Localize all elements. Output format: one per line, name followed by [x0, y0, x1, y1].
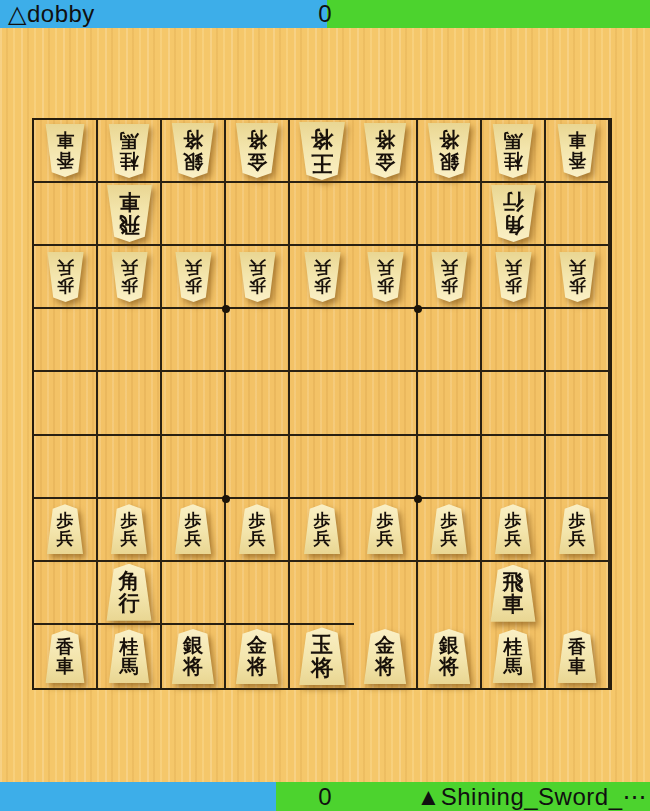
- square-49[interactable]: 金将: [354, 625, 418, 688]
- sente-triangle-icon: ▲: [416, 783, 440, 810]
- piece-body: 歩兵: [493, 504, 534, 554]
- piece-body: 歩兵: [557, 252, 598, 302]
- gote-pawn-piece[interactable]: 歩兵: [109, 252, 150, 302]
- sente-player-name: ▲Shining_Sword_⋯: [416, 782, 647, 811]
- sente-silver-piece[interactable]: 銀将: [425, 629, 473, 684]
- square-93[interactable]: 歩兵: [34, 246, 98, 309]
- piece-body: 歩兵: [302, 504, 343, 554]
- square-83[interactable]: 歩兵: [98, 246, 162, 309]
- sente-gold-piece[interactable]: 金将: [233, 629, 281, 684]
- gote-king-piece[interactable]: 王将: [296, 122, 348, 180]
- square-77[interactable]: 歩兵: [162, 499, 226, 562]
- sente-lance-piece[interactable]: 香車: [43, 630, 87, 683]
- gote-pawn-piece[interactable]: 歩兵: [365, 252, 406, 302]
- sente-pawn-piece[interactable]: 歩兵: [302, 504, 343, 554]
- piece-body: 桂馬: [106, 629, 152, 683]
- square-41[interactable]: 金将: [354, 120, 418, 183]
- sente-name-text: Shining_Sword_⋯: [441, 783, 647, 810]
- square-67[interactable]: 歩兵: [226, 499, 290, 562]
- piece-body: 桂馬: [106, 124, 152, 178]
- piece-body: 歩兵: [365, 504, 406, 554]
- square-56[interactable]: [290, 436, 354, 499]
- piece-body: 桂馬: [490, 629, 536, 683]
- piece-body: 歩兵: [557, 504, 598, 554]
- square-33[interactable]: 歩兵: [418, 246, 482, 309]
- square-57[interactable]: 歩兵: [290, 499, 354, 562]
- square-14[interactable]: [546, 309, 610, 372]
- piece-body: 歩兵: [45, 504, 86, 554]
- sente-knight-piece[interactable]: 桂馬: [106, 629, 152, 683]
- piece-body: 香車: [43, 630, 87, 683]
- square-24[interactable]: [482, 309, 546, 372]
- piece-body: 金将: [233, 123, 281, 178]
- square-96[interactable]: [34, 436, 98, 499]
- piece-body: 香車: [43, 124, 87, 177]
- hoshi-dot: [414, 305, 422, 313]
- square-92[interactable]: [34, 183, 98, 246]
- sente-gold-piece[interactable]: 金将: [361, 629, 409, 684]
- square-34[interactable]: [418, 309, 482, 372]
- sente-pawn-piece[interactable]: 歩兵: [557, 504, 598, 554]
- gote-silver-piece[interactable]: 銀将: [425, 123, 473, 178]
- square-73[interactable]: 歩兵: [162, 246, 226, 309]
- square-51[interactable]: 王将: [290, 120, 354, 183]
- piece-body: 歩兵: [45, 252, 86, 302]
- square-28[interactable]: 飛車: [482, 562, 546, 625]
- gote-pawn-piece[interactable]: 歩兵: [302, 252, 343, 302]
- square-19[interactable]: 香車: [546, 625, 610, 688]
- gote-player-bar: △dobby 0: [0, 0, 650, 28]
- square-54[interactable]: [290, 309, 354, 372]
- piece-body: 桂馬: [490, 124, 536, 178]
- piece-body: 歩兵: [173, 504, 214, 554]
- square-35[interactable]: [418, 372, 482, 435]
- square-72[interactable]: [162, 183, 226, 246]
- square-26[interactable]: [482, 436, 546, 499]
- square-89[interactable]: 桂馬: [98, 625, 162, 688]
- sente-king-piece[interactable]: 玉将: [296, 627, 348, 685]
- square-15[interactable]: [546, 372, 610, 435]
- sente-bishop-piece[interactable]: 角行: [104, 564, 155, 621]
- square-55[interactable]: [290, 372, 354, 435]
- gote-knight-piece[interactable]: 桂馬: [490, 124, 536, 178]
- gote-rook-piece[interactable]: 飛車: [104, 185, 155, 242]
- square-71[interactable]: 銀将: [162, 120, 226, 183]
- square-65[interactable]: [226, 372, 290, 435]
- sente-pawn-piece[interactable]: 歩兵: [109, 504, 150, 554]
- piece-body: 角行: [104, 564, 155, 621]
- gote-pawn-piece[interactable]: 歩兵: [173, 252, 214, 302]
- square-75[interactable]: [162, 372, 226, 435]
- piece-body: 歩兵: [173, 252, 214, 302]
- hoshi-dot: [222, 495, 230, 503]
- sente-pawn-piece[interactable]: 歩兵: [173, 504, 214, 554]
- piece-body: 歩兵: [429, 504, 470, 554]
- square-45[interactable]: [354, 372, 418, 435]
- piece-body: 歩兵: [109, 252, 150, 302]
- piece-body: 金将: [233, 629, 281, 684]
- square-38[interactable]: [418, 562, 482, 625]
- gote-bishop-piece[interactable]: 角行: [488, 185, 539, 242]
- square-94[interactable]: [34, 309, 98, 372]
- square-39[interactable]: 銀将: [418, 625, 482, 688]
- square-31[interactable]: 銀将: [418, 120, 482, 183]
- square-47[interactable]: 歩兵: [354, 499, 418, 562]
- square-12[interactable]: [546, 183, 610, 246]
- sente-pawn-piece[interactable]: 歩兵: [45, 504, 86, 554]
- square-37[interactable]: 歩兵: [418, 499, 482, 562]
- piece-body: 飛車: [488, 565, 539, 622]
- piece-body: 金将: [361, 123, 409, 178]
- gote-silver-piece[interactable]: 銀将: [169, 123, 217, 178]
- gote-pawn-piece[interactable]: 歩兵: [237, 252, 278, 302]
- square-32[interactable]: [418, 183, 482, 246]
- square-52[interactable]: [290, 183, 354, 246]
- square-79[interactable]: 銀将: [162, 625, 226, 688]
- gote-lance-piece[interactable]: 香車: [555, 124, 599, 177]
- piece-body: 歩兵: [302, 252, 343, 302]
- gote-score: 0: [0, 0, 650, 28]
- piece-body: 歩兵: [493, 252, 534, 302]
- square-86[interactable]: [98, 436, 162, 499]
- square-99[interactable]: 香車: [34, 625, 98, 688]
- shogi-board[interactable]: 香車桂馬銀将金将王将金将銀将桂馬香車飛車角行歩兵歩兵歩兵歩兵歩兵歩兵歩兵歩兵歩兵…: [32, 118, 612, 690]
- square-44[interactable]: [354, 309, 418, 372]
- square-97[interactable]: 歩兵: [34, 499, 98, 562]
- square-69[interactable]: 金将: [226, 625, 290, 688]
- gote-pawn-piece[interactable]: 歩兵: [429, 252, 470, 302]
- square-43[interactable]: 歩兵: [354, 246, 418, 309]
- piece-body: 歩兵: [429, 252, 470, 302]
- sente-pawn-piece[interactable]: 歩兵: [365, 504, 406, 554]
- sente-rook-piece[interactable]: 飛車: [488, 565, 539, 622]
- gote-gold-piece[interactable]: 金将: [361, 123, 409, 178]
- square-48[interactable]: [354, 562, 418, 625]
- square-18[interactable]: [546, 562, 610, 625]
- square-27[interactable]: 歩兵: [482, 499, 546, 562]
- gote-pawn-piece[interactable]: 歩兵: [45, 252, 86, 302]
- hoshi-dot: [222, 305, 230, 313]
- square-98[interactable]: [34, 562, 98, 625]
- square-66[interactable]: [226, 436, 290, 499]
- square-46[interactable]: [354, 436, 418, 499]
- sente-lance-piece[interactable]: 香車: [555, 630, 599, 683]
- square-16[interactable]: [546, 436, 610, 499]
- square-11[interactable]: 香車: [546, 120, 610, 183]
- piece-body: 銀将: [169, 629, 217, 684]
- sente-pawn-piece[interactable]: 歩兵: [493, 504, 534, 554]
- piece-body: 歩兵: [237, 252, 278, 302]
- square-68[interactable]: [226, 562, 290, 625]
- sente-pawn-piece[interactable]: 歩兵: [429, 504, 470, 554]
- square-74[interactable]: [162, 309, 226, 372]
- square-23[interactable]: 歩兵: [482, 246, 546, 309]
- gote-pawn-piece[interactable]: 歩兵: [493, 252, 534, 302]
- piece-body: 金将: [361, 629, 409, 684]
- square-78[interactable]: [162, 562, 226, 625]
- square-85[interactable]: [98, 372, 162, 435]
- gote-lance-piece[interactable]: 香車: [43, 124, 87, 177]
- square-76[interactable]: [162, 436, 226, 499]
- square-91[interactable]: 香車: [34, 120, 98, 183]
- piece-body: 玉将: [296, 627, 348, 685]
- square-21[interactable]: 桂馬: [482, 120, 546, 183]
- sente-knight-piece[interactable]: 桂馬: [490, 629, 536, 683]
- square-17[interactable]: 歩兵: [546, 499, 610, 562]
- piece-body: 香車: [555, 124, 599, 177]
- square-22[interactable]: 角行: [482, 183, 546, 246]
- hoshi-dot: [414, 495, 422, 503]
- square-36[interactable]: [418, 436, 482, 499]
- gote-pawn-piece[interactable]: 歩兵: [557, 252, 598, 302]
- gote-gold-piece[interactable]: 金将: [233, 123, 281, 178]
- square-82[interactable]: 飛車: [98, 183, 162, 246]
- square-58[interactable]: [290, 562, 354, 625]
- sente-player-bar: 0 ▲Shining_Sword_⋯: [0, 782, 650, 811]
- square-63[interactable]: 歩兵: [226, 246, 290, 309]
- square-81[interactable]: 桂馬: [98, 120, 162, 183]
- square-84[interactable]: [98, 309, 162, 372]
- square-95[interactable]: [34, 372, 98, 435]
- gote-knight-piece[interactable]: 桂馬: [106, 124, 152, 178]
- piece-body: 銀将: [425, 123, 473, 178]
- square-62[interactable]: [226, 183, 290, 246]
- piece-body: 銀将: [169, 123, 217, 178]
- square-29[interactable]: 桂馬: [482, 625, 546, 688]
- piece-body: 銀将: [425, 629, 473, 684]
- piece-body: 飛車: [104, 185, 155, 242]
- square-87[interactable]: 歩兵: [98, 499, 162, 562]
- sente-pawn-piece[interactable]: 歩兵: [237, 504, 278, 554]
- square-59[interactable]: 玉将: [290, 625, 354, 688]
- piece-body: 歩兵: [109, 504, 150, 554]
- piece-body: 歩兵: [237, 504, 278, 554]
- square-88[interactable]: 角行: [98, 562, 162, 625]
- square-61[interactable]: 金将: [226, 120, 290, 183]
- piece-body: 角行: [488, 185, 539, 242]
- square-13[interactable]: 歩兵: [546, 246, 610, 309]
- square-42[interactable]: [354, 183, 418, 246]
- sente-silver-piece[interactable]: 銀将: [169, 629, 217, 684]
- piece-body: 王将: [296, 122, 348, 180]
- piece-body: 歩兵: [365, 252, 406, 302]
- piece-body: 香車: [555, 630, 599, 683]
- square-25[interactable]: [482, 372, 546, 435]
- square-64[interactable]: [226, 309, 290, 372]
- square-53[interactable]: 歩兵: [290, 246, 354, 309]
